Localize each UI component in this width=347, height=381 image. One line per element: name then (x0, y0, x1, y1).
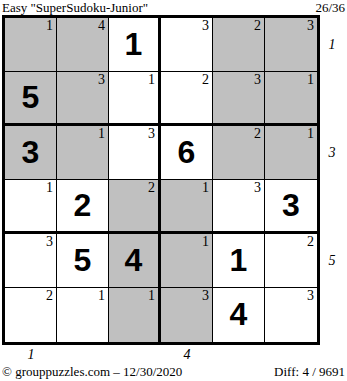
corner-mark: 2 (254, 18, 261, 33)
corner-mark: 2 (254, 126, 261, 141)
corner-mark: 2 (46, 288, 53, 303)
cell-r6c1[interactable]: 2 (5, 288, 57, 342)
cell-value: 1 (125, 28, 143, 60)
corner-mark: 3 (202, 288, 209, 303)
row-label-1: 1 (322, 18, 342, 72)
cell-value: 3 (282, 189, 300, 221)
cell-value: 5 (74, 244, 92, 276)
cell-r3c2[interactable]: 1 (57, 126, 109, 180)
cell-value: 5 (22, 81, 40, 113)
row-label-5: 5 (322, 234, 342, 288)
cell-r5c6[interactable]: 2 (265, 234, 317, 288)
corner-mark: 1 (46, 18, 53, 33)
cell-r4c5[interactable]: 3 (213, 180, 265, 234)
cell-r1c1[interactable]: 1 (5, 18, 57, 72)
corner-mark: 2 (307, 234, 314, 249)
corner-mark: 1 (307, 72, 314, 87)
cell-value: 4 (125, 244, 143, 276)
cell-value: 6 (178, 136, 196, 168)
cell-value: 4 (230, 298, 248, 330)
cell-value: 2 (74, 189, 92, 221)
cell-r6c4[interactable]: 3 (161, 288, 213, 342)
cell-r6c6[interactable]: 3 (265, 288, 317, 342)
cell-r1c2[interactable]: 4 (57, 18, 109, 72)
cell-value: 1 (230, 244, 248, 276)
corner-mark: 1 (46, 180, 53, 195)
sudoku-board: 141323531231313621122133354112211343 (2, 15, 320, 345)
cell-r4c2[interactable]: 2 (57, 180, 109, 234)
cell-r1c3[interactable]: 1 (109, 18, 161, 72)
cell-r4c1[interactable]: 1 (5, 180, 57, 234)
puzzle-title: Easy "SuperSudoku-Junior" (2, 1, 148, 14)
corner-mark: 3 (98, 72, 105, 87)
corner-mark: 1 (307, 126, 314, 141)
cell-r2c1[interactable]: 5 (5, 72, 57, 126)
cell-r3c1[interactable]: 3 (5, 126, 57, 180)
page-footer: © grouppuzzles.com – 12/30/2020 Diff: 4 … (2, 365, 345, 379)
cell-r6c5[interactable]: 4 (213, 288, 265, 342)
column-label-1: 1 (5, 347, 57, 363)
progress-counter: 26/36 (315, 1, 345, 14)
copyright-text: © grouppuzzles.com – 12/30/2020 (2, 365, 182, 379)
cell-r3c4[interactable]: 6 (161, 126, 213, 180)
corner-mark: 1 (202, 180, 209, 195)
cell-r3c6[interactable]: 1 (265, 126, 317, 180)
corner-mark: 2 (202, 72, 209, 87)
cell-r4c4[interactable]: 1 (161, 180, 213, 234)
corner-mark: 3 (46, 234, 53, 249)
cell-value: 3 (22, 136, 40, 168)
cell-r3c5[interactable]: 2 (213, 126, 265, 180)
corner-mark: 3 (254, 180, 261, 195)
corner-mark: 2 (148, 180, 155, 195)
corner-mark: 4 (98, 18, 105, 33)
row-label-3: 3 (322, 126, 342, 180)
difficulty-text: Diff: 4 / 9691 (274, 365, 345, 379)
cell-r4c6[interactable]: 3 (265, 180, 317, 234)
corner-mark: 1 (98, 288, 105, 303)
corner-mark: 1 (148, 288, 155, 303)
corner-mark: 3 (307, 18, 314, 33)
corner-mark: 3 (202, 18, 209, 33)
cell-r2c4[interactable]: 2 (161, 72, 213, 126)
puzzle-page: Easy "SuperSudoku-Junior" 26/36 14132353… (0, 0, 347, 381)
cell-r2c2[interactable]: 3 (57, 72, 109, 126)
cell-r5c2[interactable]: 5 (57, 234, 109, 288)
corner-mark: 1 (148, 72, 155, 87)
cell-r5c3[interactable]: 4 (109, 234, 161, 288)
corner-mark: 3 (148, 126, 155, 141)
cell-r4c3[interactable]: 2 (109, 180, 161, 234)
cell-r6c2[interactable]: 1 (57, 288, 109, 342)
column-label-4: 4 (161, 347, 213, 363)
cell-r2c3[interactable]: 1 (109, 72, 161, 126)
corner-mark: 3 (307, 288, 314, 303)
cell-r1c5[interactable]: 2 (213, 18, 265, 72)
cell-r5c5[interactable]: 1 (213, 234, 265, 288)
cell-r5c1[interactable]: 3 (5, 234, 57, 288)
cell-r1c6[interactable]: 3 (265, 18, 317, 72)
cell-r6c3[interactable]: 1 (109, 288, 161, 342)
corner-mark: 3 (254, 72, 261, 87)
corner-mark: 1 (98, 126, 105, 141)
page-header: Easy "SuperSudoku-Junior" 26/36 (2, 1, 345, 14)
cell-r2c5[interactable]: 3 (213, 72, 265, 126)
corner-mark: 1 (202, 234, 209, 249)
cell-r5c4[interactable]: 1 (161, 234, 213, 288)
cell-r1c4[interactable]: 3 (161, 18, 213, 72)
cell-r3c3[interactable]: 3 (109, 126, 161, 180)
cell-r2c6[interactable]: 1 (265, 72, 317, 126)
